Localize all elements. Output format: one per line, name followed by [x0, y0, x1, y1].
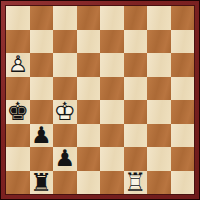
square-d7[interactable]	[77, 30, 101, 54]
square-d5[interactable]	[77, 77, 101, 101]
square-d4[interactable]	[77, 100, 101, 124]
square-f6[interactable]	[124, 53, 148, 77]
black-king-a4[interactable]: ♚	[6, 100, 30, 124]
square-e3[interactable]	[100, 124, 124, 148]
square-e2[interactable]	[100, 147, 124, 171]
square-b5[interactable]	[30, 77, 54, 101]
black-pawn-b3[interactable]: ♟	[30, 124, 54, 148]
black-pawn-icon: ♟	[53, 147, 77, 171]
square-e1[interactable]	[100, 171, 124, 195]
square-c2[interactable]: ♟	[53, 147, 77, 171]
board-grid: ♟♙♚♚♔♟♟♜♜♖	[6, 6, 194, 194]
square-a4[interactable]: ♚	[6, 100, 30, 124]
white-king-c4[interactable]: ♚♔	[53, 100, 77, 124]
square-e8[interactable]	[100, 6, 124, 30]
square-h3[interactable]	[171, 124, 195, 148]
square-h2[interactable]	[171, 147, 195, 171]
square-a8[interactable]	[6, 6, 30, 30]
square-g4[interactable]	[147, 100, 171, 124]
square-h7[interactable]	[171, 30, 195, 54]
square-d2[interactable]	[77, 147, 101, 171]
square-d3[interactable]	[77, 124, 101, 148]
square-g6[interactable]	[147, 53, 171, 77]
square-h4[interactable]	[171, 100, 195, 124]
square-h5[interactable]	[171, 77, 195, 101]
square-b8[interactable]	[30, 6, 54, 30]
square-a1[interactable]	[6, 171, 30, 195]
square-d8[interactable]	[77, 6, 101, 30]
square-c7[interactable]	[53, 30, 77, 54]
square-f5[interactable]	[124, 77, 148, 101]
square-g2[interactable]	[147, 147, 171, 171]
square-h1[interactable]	[171, 171, 195, 195]
square-g5[interactable]	[147, 77, 171, 101]
square-a3[interactable]	[6, 124, 30, 148]
square-a6[interactable]: ♟♙	[6, 53, 30, 77]
square-b2[interactable]	[30, 147, 54, 171]
white-rook-f1[interactable]: ♜♖	[124, 171, 148, 195]
board-frame: ♟♙♚♚♔♟♟♜♜♖	[0, 0, 200, 200]
square-h8[interactable]	[171, 6, 195, 30]
square-f4[interactable]	[124, 100, 148, 124]
square-f8[interactable]	[124, 6, 148, 30]
square-e5[interactable]	[100, 77, 124, 101]
square-e7[interactable]	[100, 30, 124, 54]
square-e4[interactable]	[100, 100, 124, 124]
black-rook-b1[interactable]: ♜	[30, 171, 54, 195]
square-b6[interactable]	[30, 53, 54, 77]
square-a2[interactable]	[6, 147, 30, 171]
square-f1[interactable]: ♜♖	[124, 171, 148, 195]
white-king-icon: ♔	[53, 100, 77, 124]
square-f7[interactable]	[124, 30, 148, 54]
square-c1[interactable]	[53, 171, 77, 195]
white-pawn-a6[interactable]: ♟♙	[6, 53, 30, 77]
square-e6[interactable]	[100, 53, 124, 77]
black-pawn-c2[interactable]: ♟	[53, 147, 77, 171]
square-d6[interactable]	[77, 53, 101, 77]
square-g3[interactable]	[147, 124, 171, 148]
square-f3[interactable]	[124, 124, 148, 148]
square-a7[interactable]	[6, 30, 30, 54]
square-h6[interactable]	[171, 53, 195, 77]
white-pawn-icon: ♙	[6, 53, 30, 77]
white-rook-icon: ♖	[124, 171, 148, 195]
square-c4[interactable]: ♚♔	[53, 100, 77, 124]
square-c3[interactable]	[53, 124, 77, 148]
square-b1[interactable]: ♜	[30, 171, 54, 195]
square-b4[interactable]	[30, 100, 54, 124]
square-g1[interactable]	[147, 171, 171, 195]
square-c6[interactable]	[53, 53, 77, 77]
square-g8[interactable]	[147, 6, 171, 30]
square-b3[interactable]: ♟	[30, 124, 54, 148]
black-rook-icon: ♜	[30, 171, 54, 195]
square-g7[interactable]	[147, 30, 171, 54]
square-d1[interactable]	[77, 171, 101, 195]
square-f2[interactable]	[124, 147, 148, 171]
black-king-icon: ♚	[6, 100, 30, 124]
square-b7[interactable]	[30, 30, 54, 54]
black-pawn-icon: ♟	[30, 124, 54, 148]
square-c8[interactable]	[53, 6, 77, 30]
